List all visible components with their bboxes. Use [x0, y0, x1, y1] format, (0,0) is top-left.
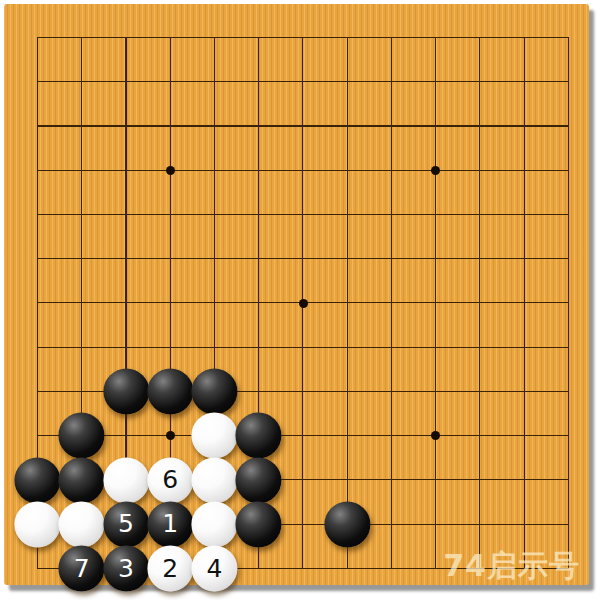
black-stone — [236, 501, 282, 547]
white-stone-move-2: 2 — [147, 546, 193, 592]
white-stone — [103, 457, 149, 503]
move-number: 2 — [147, 546, 193, 592]
stone-layer: 6517324 — [15, 15, 590, 590]
black-stone-move-1: 1 — [147, 501, 193, 547]
black-stone — [192, 369, 238, 415]
white-stone — [192, 501, 238, 547]
black-stone — [15, 457, 61, 503]
white-stone — [192, 413, 238, 459]
move-number: 6 — [147, 457, 193, 503]
move-number: 5 — [103, 501, 149, 547]
white-stone — [192, 457, 238, 503]
black-stone — [147, 369, 193, 415]
white-stone-move-4: 4 — [192, 546, 238, 592]
white-stone-move-6: 6 — [147, 457, 193, 503]
black-stone — [103, 369, 149, 415]
black-stone — [59, 413, 105, 459]
move-number: 3 — [103, 546, 149, 592]
move-number: 7 — [59, 546, 105, 592]
go-diagram: 6517324 74启示号 — [0, 0, 600, 600]
black-stone-move-3: 3 — [103, 546, 149, 592]
black-stone — [236, 457, 282, 503]
move-number: 4 — [192, 546, 238, 592]
black-stone-move-5: 5 — [103, 501, 149, 547]
white-stone — [15, 501, 61, 547]
black-stone — [236, 413, 282, 459]
black-stone — [324, 501, 370, 547]
go-board: 6517324 — [4, 4, 589, 585]
white-stone — [59, 501, 105, 547]
black-stone-move-7: 7 — [59, 546, 105, 592]
move-number: 1 — [147, 501, 193, 547]
black-stone — [59, 457, 105, 503]
